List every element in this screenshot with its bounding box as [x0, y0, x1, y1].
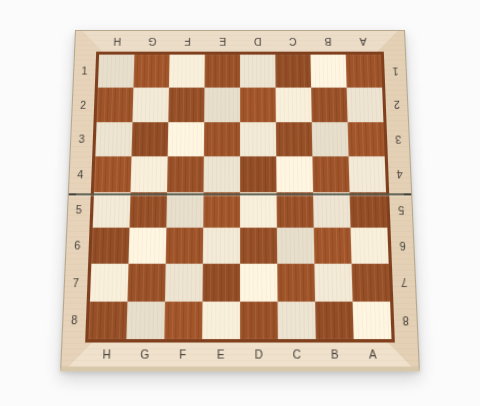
square-a7[interactable] — [352, 264, 391, 301]
square-a5[interactable] — [350, 192, 388, 228]
rank-label-left-3: 3 — [70, 122, 93, 157]
square-c8[interactable] — [278, 301, 316, 339]
square-g7[interactable] — [127, 264, 165, 301]
file-labels-bottom: H G F E D C B A — [87, 343, 392, 367]
file-labels-top: H G F E D C B A — [99, 31, 381, 52]
square-f7[interactable] — [165, 264, 203, 301]
square-b5[interactable] — [313, 192, 351, 228]
rank-label-left-8: 8 — [63, 301, 87, 339]
square-b2[interactable] — [311, 88, 347, 122]
rank-label-left-2: 2 — [72, 88, 95, 122]
board-frame: H G F E D C B A H G F E D C B A 1 — [60, 30, 420, 371]
square-h7[interactable] — [90, 264, 129, 301]
square-g2[interactable] — [132, 88, 168, 122]
file-label-top-b: B — [310, 31, 346, 52]
square-b8[interactable] — [315, 301, 354, 339]
fold-seam — [69, 193, 411, 195]
rank-label-left-1: 1 — [73, 55, 96, 88]
square-a8[interactable] — [353, 301, 392, 339]
square-d7[interactable] — [240, 264, 278, 301]
square-f1[interactable] — [169, 55, 205, 88]
square-b6[interactable] — [314, 228, 352, 264]
rank-label-left-5: 5 — [67, 192, 90, 228]
square-h6[interactable] — [91, 228, 129, 264]
square-a1[interactable] — [346, 55, 382, 88]
square-b3[interactable] — [312, 122, 349, 157]
squares-grid — [89, 55, 392, 339]
square-c3[interactable] — [276, 122, 312, 157]
square-c5[interactable] — [277, 192, 314, 228]
playing-field — [85, 52, 395, 343]
square-d2[interactable] — [240, 88, 276, 122]
file-label-bottom-b: B — [316, 343, 355, 367]
file-label-top-e: E — [205, 31, 240, 52]
square-g3[interactable] — [131, 122, 168, 157]
file-label-bottom-d: D — [240, 343, 278, 367]
square-e8[interactable] — [202, 301, 240, 339]
square-f3[interactable] — [168, 122, 204, 157]
square-a4[interactable] — [349, 157, 386, 192]
square-g5[interactable] — [129, 192, 167, 228]
square-c1[interactable] — [275, 55, 311, 88]
square-f2[interactable] — [168, 88, 204, 122]
square-d5[interactable] — [240, 192, 277, 228]
rank-label-right-2: 2 — [385, 88, 408, 122]
file-label-top-g: G — [134, 31, 170, 52]
square-e1[interactable] — [204, 55, 240, 88]
square-a2[interactable] — [347, 88, 384, 122]
square-b7[interactable] — [314, 264, 352, 301]
square-h3[interactable] — [95, 122, 132, 157]
rank-label-right-5: 5 — [389, 192, 412, 228]
rank-label-left-4: 4 — [69, 157, 92, 192]
file-label-bottom-e: E — [202, 343, 240, 367]
photo-background: H G F E D C B A H G F E D C B A 1 — [0, 0, 480, 406]
square-a3[interactable] — [348, 122, 385, 157]
square-c7[interactable] — [277, 264, 315, 301]
rank-label-right-3: 3 — [386, 122, 409, 157]
file-label-bottom-h: H — [87, 343, 126, 367]
rank-label-right-7: 7 — [392, 264, 416, 301]
rank-label-right-1: 1 — [384, 55, 407, 88]
square-d3[interactable] — [240, 122, 276, 157]
square-c4[interactable] — [276, 157, 313, 192]
square-e7[interactable] — [202, 264, 240, 301]
square-a6[interactable] — [351, 228, 389, 264]
file-label-bottom-f: F — [164, 343, 202, 367]
square-e4[interactable] — [203, 157, 240, 192]
square-c6[interactable] — [277, 228, 315, 264]
square-f5[interactable] — [166, 192, 203, 228]
square-g4[interactable] — [130, 157, 167, 192]
chess-board: H G F E D C B A H G F E D C B A 1 — [60, 30, 420, 371]
file-label-top-a: A — [345, 31, 381, 52]
square-b1[interactable] — [310, 55, 346, 88]
square-h8[interactable] — [89, 301, 128, 339]
square-g8[interactable] — [126, 301, 165, 339]
file-label-top-h: H — [99, 31, 135, 52]
square-c2[interactable] — [276, 88, 312, 122]
square-f8[interactable] — [164, 301, 202, 339]
square-d8[interactable] — [240, 301, 278, 339]
file-label-top-d: D — [240, 31, 275, 52]
square-e6[interactable] — [203, 228, 240, 264]
file-label-bottom-g: G — [126, 343, 165, 367]
rank-label-left-7: 7 — [64, 264, 88, 301]
square-f4[interactable] — [167, 157, 204, 192]
rank-label-right-6: 6 — [391, 228, 415, 264]
square-d6[interactable] — [240, 228, 277, 264]
square-e3[interactable] — [204, 122, 240, 157]
square-d1[interactable] — [240, 55, 276, 88]
square-h5[interactable] — [93, 192, 131, 228]
square-e5[interactable] — [203, 192, 240, 228]
rank-label-left-6: 6 — [66, 228, 90, 264]
file-label-bottom-a: A — [354, 343, 393, 367]
square-f6[interactable] — [166, 228, 204, 264]
square-g1[interactable] — [133, 55, 169, 88]
square-e2[interactable] — [204, 88, 240, 122]
file-label-top-c: C — [275, 31, 310, 52]
square-d4[interactable] — [240, 157, 277, 192]
square-h2[interactable] — [97, 88, 134, 122]
square-b4[interactable] — [312, 157, 349, 192]
rank-label-right-8: 8 — [393, 301, 417, 339]
square-h1[interactable] — [98, 55, 134, 88]
rank-label-right-4: 4 — [388, 157, 411, 192]
file-label-bottom-c: C — [278, 343, 316, 367]
square-g6[interactable] — [128, 228, 166, 264]
file-label-top-f: F — [170, 31, 205, 52]
square-h4[interactable] — [94, 157, 131, 192]
